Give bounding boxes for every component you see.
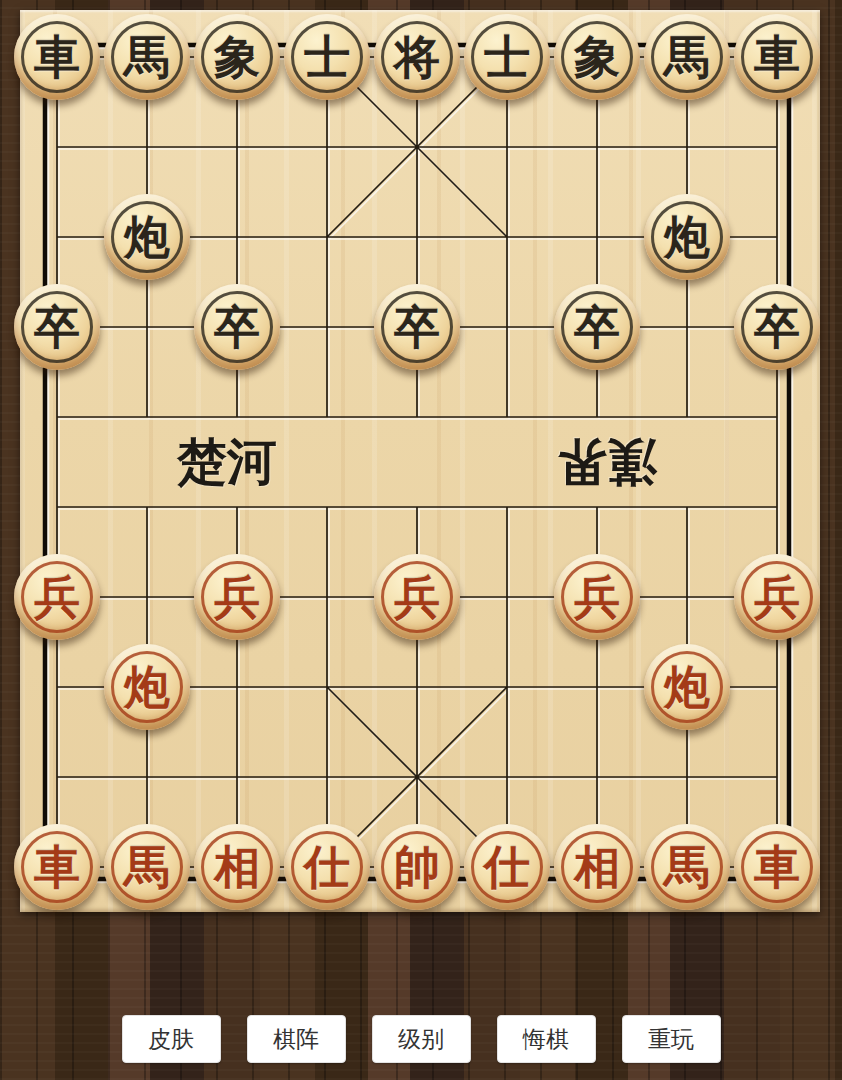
black-advisor[interactable]: 士 bbox=[464, 14, 550, 100]
red-cannon[interactable]: 炮 bbox=[644, 644, 730, 730]
red-soldier[interactable]: 兵 bbox=[374, 554, 460, 640]
piece-glyph: 象 bbox=[574, 34, 620, 80]
piece-glyph: 兵 bbox=[394, 574, 440, 620]
board-grid bbox=[20, 10, 820, 912]
black-soldier[interactable]: 卒 bbox=[194, 284, 280, 370]
black-soldier[interactable]: 卒 bbox=[14, 284, 100, 370]
red-soldier[interactable]: 兵 bbox=[554, 554, 640, 640]
red-chariot[interactable]: 車 bbox=[734, 824, 820, 910]
red-general[interactable]: 帥 bbox=[374, 824, 460, 910]
app-window: 楚河 漢界 車馬象士将士象馬車炮炮卒卒卒卒卒兵兵兵兵兵炮炮車馬相仕帥仕相馬車 皮… bbox=[0, 0, 842, 1080]
black-horse[interactable]: 馬 bbox=[104, 14, 190, 100]
black-soldier[interactable]: 卒 bbox=[554, 284, 640, 370]
piece-glyph: 炮 bbox=[124, 664, 170, 710]
black-elephant[interactable]: 象 bbox=[194, 14, 280, 100]
black-soldier[interactable]: 卒 bbox=[734, 284, 820, 370]
piece-glyph: 馬 bbox=[664, 844, 710, 890]
red-elephant[interactable]: 相 bbox=[554, 824, 640, 910]
black-advisor[interactable]: 士 bbox=[284, 14, 370, 100]
undo-button[interactable]: 悔棋 bbox=[497, 1015, 596, 1063]
level-button[interactable]: 级别 bbox=[372, 1015, 471, 1063]
piece-glyph: 卒 bbox=[34, 304, 80, 350]
piece-glyph: 兵 bbox=[214, 574, 260, 620]
piece-glyph: 車 bbox=[754, 34, 800, 80]
piece-glyph: 士 bbox=[304, 34, 350, 80]
red-cannon[interactable]: 炮 bbox=[104, 644, 190, 730]
piece-glyph: 車 bbox=[34, 34, 80, 80]
black-horse[interactable]: 馬 bbox=[644, 14, 730, 100]
piece-glyph: 卒 bbox=[754, 304, 800, 350]
piece-glyph: 炮 bbox=[124, 214, 170, 260]
red-soldier[interactable]: 兵 bbox=[14, 554, 100, 640]
piece-glyph: 炮 bbox=[664, 664, 710, 710]
formation-button[interactable]: 棋阵 bbox=[247, 1015, 346, 1063]
piece-glyph: 仕 bbox=[484, 844, 530, 890]
black-soldier[interactable]: 卒 bbox=[374, 284, 460, 370]
piece-glyph: 士 bbox=[484, 34, 530, 80]
red-soldier[interactable]: 兵 bbox=[194, 554, 280, 640]
black-cannon[interactable]: 炮 bbox=[644, 194, 730, 280]
piece-glyph: 帥 bbox=[394, 844, 440, 890]
black-cannon[interactable]: 炮 bbox=[104, 194, 190, 280]
skin-button[interactable]: 皮肤 bbox=[122, 1015, 221, 1063]
piece-glyph: 将 bbox=[394, 34, 440, 80]
black-elephant[interactable]: 象 bbox=[554, 14, 640, 100]
piece-glyph: 相 bbox=[214, 844, 260, 890]
piece-glyph: 兵 bbox=[754, 574, 800, 620]
piece-glyph: 卒 bbox=[214, 304, 260, 350]
black-chariot[interactable]: 車 bbox=[14, 14, 100, 100]
red-horse[interactable]: 馬 bbox=[644, 824, 730, 910]
piece-glyph: 相 bbox=[574, 844, 620, 890]
piece-glyph: 卒 bbox=[574, 304, 620, 350]
red-chariot[interactable]: 車 bbox=[14, 824, 100, 910]
piece-glyph: 卒 bbox=[394, 304, 440, 350]
piece-glyph: 車 bbox=[754, 844, 800, 890]
piece-glyph: 炮 bbox=[664, 214, 710, 260]
black-general[interactable]: 将 bbox=[374, 14, 460, 100]
red-soldier[interactable]: 兵 bbox=[734, 554, 820, 640]
black-chariot[interactable]: 車 bbox=[734, 14, 820, 100]
red-elephant[interactable]: 相 bbox=[194, 824, 280, 910]
red-horse[interactable]: 馬 bbox=[104, 824, 190, 910]
piece-glyph: 馬 bbox=[124, 844, 170, 890]
piece-glyph: 馬 bbox=[124, 34, 170, 80]
piece-glyph: 車 bbox=[34, 844, 80, 890]
red-advisor[interactable]: 仕 bbox=[284, 824, 370, 910]
xiangqi-board[interactable]: 楚河 漢界 車馬象士将士象馬車炮炮卒卒卒卒卒兵兵兵兵兵炮炮車馬相仕帥仕相馬車 bbox=[20, 10, 820, 912]
piece-glyph: 兵 bbox=[574, 574, 620, 620]
piece-glyph: 馬 bbox=[664, 34, 710, 80]
piece-glyph: 象 bbox=[214, 34, 260, 80]
piece-glyph: 兵 bbox=[34, 574, 80, 620]
restart-button[interactable]: 重玩 bbox=[622, 1015, 721, 1063]
red-advisor[interactable]: 仕 bbox=[464, 824, 550, 910]
toolbar: 皮肤 棋阵 级别 悔棋 重玩 bbox=[0, 1016, 842, 1062]
piece-glyph: 仕 bbox=[304, 844, 350, 890]
